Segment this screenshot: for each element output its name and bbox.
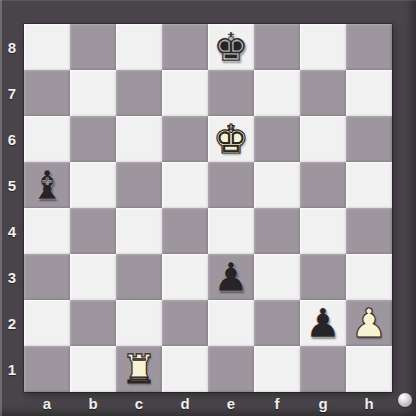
square-c1[interactable]: ♜ xyxy=(116,346,162,392)
square-f7[interactable] xyxy=(254,70,300,116)
square-g5[interactable] xyxy=(300,162,346,208)
file-label-d: d xyxy=(162,392,208,415)
square-d5[interactable] xyxy=(162,162,208,208)
square-e1[interactable] xyxy=(208,346,254,392)
square-d1[interactable] xyxy=(162,346,208,392)
square-g1[interactable] xyxy=(300,346,346,392)
square-d2[interactable] xyxy=(162,300,208,346)
chessboard-frame: 87654321 ♚♚♝♟♟♟♜ abcdefgh xyxy=(0,0,416,416)
square-h8[interactable] xyxy=(346,24,392,70)
square-d8[interactable] xyxy=(162,24,208,70)
square-h4[interactable] xyxy=(346,208,392,254)
square-b8[interactable] xyxy=(70,24,116,70)
file-label-e: e xyxy=(208,392,254,415)
rank-label-8: 8 xyxy=(0,24,24,70)
square-d6[interactable] xyxy=(162,116,208,162)
square-f4[interactable] xyxy=(254,208,300,254)
square-g6[interactable] xyxy=(300,116,346,162)
square-a5[interactable]: ♝ xyxy=(24,162,70,208)
file-label-b: b xyxy=(70,392,116,415)
piece-white-king[interactable]: ♚ xyxy=(213,119,249,159)
square-f8[interactable] xyxy=(254,24,300,70)
chess-board[interactable]: ♚♚♝♟♟♟♜ xyxy=(24,24,392,392)
square-c3[interactable] xyxy=(116,254,162,300)
square-c2[interactable] xyxy=(116,300,162,346)
rank-labels: 87654321 xyxy=(0,24,24,392)
piece-white-pawn[interactable]: ♟ xyxy=(351,303,387,343)
square-h2[interactable]: ♟ xyxy=(346,300,392,346)
file-label-h: h xyxy=(346,392,392,415)
square-b5[interactable] xyxy=(70,162,116,208)
square-g4[interactable] xyxy=(300,208,346,254)
side-to-move-indicator xyxy=(398,393,412,407)
square-b7[interactable] xyxy=(70,70,116,116)
file-label-c: c xyxy=(116,392,162,415)
square-g7[interactable] xyxy=(300,70,346,116)
rank-label-5: 5 xyxy=(0,162,24,208)
rank-label-2: 2 xyxy=(0,300,24,346)
file-label-a: a xyxy=(24,392,70,415)
square-b1[interactable] xyxy=(70,346,116,392)
square-a2[interactable] xyxy=(24,300,70,346)
square-b6[interactable] xyxy=(70,116,116,162)
square-e2[interactable] xyxy=(208,300,254,346)
square-h3[interactable] xyxy=(346,254,392,300)
square-b2[interactable] xyxy=(70,300,116,346)
square-d3[interactable] xyxy=(162,254,208,300)
square-d4[interactable] xyxy=(162,208,208,254)
square-f6[interactable] xyxy=(254,116,300,162)
rank-label-3: 3 xyxy=(0,254,24,300)
rank-label-4: 4 xyxy=(0,208,24,254)
square-a6[interactable] xyxy=(24,116,70,162)
piece-black-pawn[interactable]: ♟ xyxy=(213,257,249,297)
square-a4[interactable] xyxy=(24,208,70,254)
square-e4[interactable] xyxy=(208,208,254,254)
square-h6[interactable] xyxy=(346,116,392,162)
square-b3[interactable] xyxy=(70,254,116,300)
rank-label-6: 6 xyxy=(0,116,24,162)
piece-black-bishop[interactable]: ♝ xyxy=(29,165,65,205)
square-f1[interactable] xyxy=(254,346,300,392)
rank-label-1: 1 xyxy=(0,346,24,392)
piece-black-pawn[interactable]: ♟ xyxy=(305,303,341,343)
square-e5[interactable] xyxy=(208,162,254,208)
square-b4[interactable] xyxy=(70,208,116,254)
square-c6[interactable] xyxy=(116,116,162,162)
file-label-f: f xyxy=(254,392,300,415)
square-h5[interactable] xyxy=(346,162,392,208)
square-f2[interactable] xyxy=(254,300,300,346)
square-c8[interactable] xyxy=(116,24,162,70)
square-e8[interactable]: ♚ xyxy=(208,24,254,70)
square-a8[interactable] xyxy=(24,24,70,70)
square-g3[interactable] xyxy=(300,254,346,300)
square-c5[interactable] xyxy=(116,162,162,208)
square-d7[interactable] xyxy=(162,70,208,116)
square-a3[interactable] xyxy=(24,254,70,300)
square-h1[interactable] xyxy=(346,346,392,392)
square-e6[interactable]: ♚ xyxy=(208,116,254,162)
square-f5[interactable] xyxy=(254,162,300,208)
square-e3[interactable]: ♟ xyxy=(208,254,254,300)
piece-white-rook[interactable]: ♜ xyxy=(121,349,157,389)
square-a7[interactable] xyxy=(24,70,70,116)
square-h7[interactable] xyxy=(346,70,392,116)
square-f3[interactable] xyxy=(254,254,300,300)
rank-label-7: 7 xyxy=(0,70,24,116)
file-labels: abcdefgh xyxy=(24,392,392,415)
square-c7[interactable] xyxy=(116,70,162,116)
square-g8[interactable] xyxy=(300,24,346,70)
square-e7[interactable] xyxy=(208,70,254,116)
file-label-g: g xyxy=(300,392,346,415)
square-a1[interactable] xyxy=(24,346,70,392)
square-g2[interactable]: ♟ xyxy=(300,300,346,346)
square-c4[interactable] xyxy=(116,208,162,254)
piece-black-king[interactable]: ♚ xyxy=(213,27,249,67)
